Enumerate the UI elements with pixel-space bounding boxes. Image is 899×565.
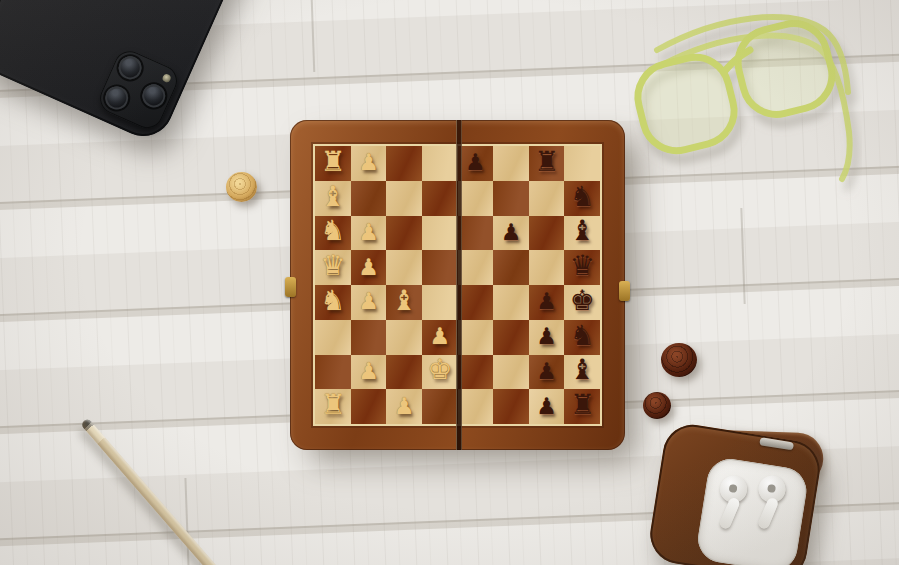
square-d2: ♟ [351, 250, 387, 285]
piece-white-pawn: ♟ [358, 256, 379, 279]
square-f5 [458, 320, 494, 355]
square-h5 [458, 389, 494, 424]
piece-white-knight: ♞ [320, 287, 345, 315]
square-e1: ♞ [315, 285, 351, 320]
camera-lens-icon [139, 81, 169, 111]
square-f8: ♞ [564, 320, 600, 355]
square-g4: ♚ [422, 355, 458, 390]
square-g5 [458, 355, 494, 390]
square-e8: ♚ [564, 285, 600, 320]
chess-board: ♜♟♟♜♝♞♞♟♟♝♛♟♛♞♟♝♟♚♟♟♞♟♚♟♝♜♟♟♜ [290, 120, 625, 450]
piece-white-pawn: ♟ [394, 395, 415, 418]
piece-white-rook: ♜ [320, 391, 345, 419]
square-f1 [315, 320, 351, 355]
square-g3 [386, 355, 422, 390]
piece-black-pawn: ♟ [536, 395, 557, 418]
piece-black-king: ♚ [570, 287, 595, 315]
piece-white-rook: ♜ [320, 148, 345, 176]
square-b8: ♞ [564, 181, 600, 216]
piece-black-knight: ♞ [570, 322, 595, 350]
square-h2 [351, 389, 387, 424]
square-c5 [458, 216, 494, 251]
square-c4 [422, 216, 458, 251]
square-b7 [529, 181, 565, 216]
square-e4 [422, 285, 458, 320]
square-h1: ♜ [315, 389, 351, 424]
square-e3: ♝ [386, 285, 422, 320]
piece-black-bishop: ♝ [570, 217, 595, 245]
square-h8: ♜ [564, 389, 600, 424]
piece-white-queen: ♛ [320, 252, 345, 280]
square-a2: ♟ [351, 146, 387, 181]
piece-black-pawn: ♟ [536, 290, 557, 313]
piece-black-pawn: ♟ [536, 360, 557, 383]
square-b4 [422, 181, 458, 216]
piece-white-pawn: ♟ [358, 290, 379, 313]
square-b6 [493, 181, 529, 216]
piece-black-bishop: ♝ [570, 356, 595, 384]
board-fold-seam [456, 120, 462, 450]
earbuds-case-body [646, 421, 824, 565]
square-c6: ♟ [493, 216, 529, 251]
square-b2 [351, 181, 387, 216]
square-b1: ♝ [315, 181, 351, 216]
square-e6 [493, 285, 529, 320]
square-c3 [386, 216, 422, 251]
square-a4 [422, 146, 458, 181]
earbuds-case-hinge [759, 437, 794, 450]
square-a1: ♜ [315, 146, 351, 181]
piece-white-knight: ♞ [320, 217, 345, 245]
square-c8: ♝ [564, 216, 600, 251]
square-g7: ♟ [529, 355, 565, 390]
camera-lens-icon [102, 83, 132, 113]
square-g1 [315, 355, 351, 390]
square-h7: ♟ [529, 389, 565, 424]
square-a3 [386, 146, 422, 181]
square-f3 [386, 320, 422, 355]
square-g8: ♝ [564, 355, 600, 390]
camera-flash-icon [161, 73, 172, 84]
piece-white-bishop: ♝ [392, 287, 417, 315]
captured-black-pawn [661, 343, 697, 377]
square-a5: ♟ [458, 146, 494, 181]
brass-clasp-right [619, 281, 630, 301]
square-a8 [564, 146, 600, 181]
square-d4 [422, 250, 458, 285]
piece-black-rook: ♜ [570, 391, 595, 419]
brass-clasp-left [285, 277, 296, 297]
earbud-stem [757, 496, 780, 530]
piece-white-pawn: ♟ [429, 325, 450, 348]
earbuds-tray [695, 456, 810, 565]
square-e5 [458, 285, 494, 320]
piece-black-knight: ♞ [570, 183, 595, 211]
square-h3: ♟ [386, 389, 422, 424]
square-h6 [493, 389, 529, 424]
square-f2 [351, 320, 387, 355]
square-h4 [422, 389, 458, 424]
square-g2: ♟ [351, 355, 387, 390]
piece-black-rook: ♜ [534, 148, 559, 176]
square-b5 [458, 181, 494, 216]
square-d6 [493, 250, 529, 285]
square-f4: ♟ [422, 320, 458, 355]
square-d7 [529, 250, 565, 285]
piece-black-queen: ♛ [570, 252, 595, 280]
square-a7: ♜ [529, 146, 565, 181]
square-d3 [386, 250, 422, 285]
piece-white-pawn: ♟ [358, 360, 379, 383]
piece-black-pawn: ♟ [501, 221, 522, 244]
square-e2: ♟ [351, 285, 387, 320]
square-e7: ♟ [529, 285, 565, 320]
square-c1: ♞ [315, 216, 351, 251]
square-d8: ♛ [564, 250, 600, 285]
square-f7: ♟ [529, 320, 565, 355]
square-d1: ♛ [315, 250, 351, 285]
camera-lens-icon [115, 53, 145, 83]
square-c7 [529, 216, 565, 251]
piece-white-pawn: ♟ [358, 221, 379, 244]
square-f6 [493, 320, 529, 355]
phone-camera-module [95, 46, 182, 133]
square-d5 [458, 250, 494, 285]
captured-white-pawn [226, 172, 257, 202]
square-a6 [493, 146, 529, 181]
piece-white-king: ♚ [427, 356, 452, 384]
eyeglasses [612, 0, 862, 215]
square-c2: ♟ [351, 216, 387, 251]
tabletop-scene: ♜♟♟♜♝♞♞♟♟♝♛♟♛♞♟♝♟♚♟♟♞♟♚♟♝♜♟♟♜ [0, 0, 899, 565]
square-g6 [493, 355, 529, 390]
earbuds-case [646, 421, 824, 565]
piece-white-bishop: ♝ [320, 183, 345, 211]
square-b3 [386, 181, 422, 216]
piece-black-pawn: ♟ [465, 151, 486, 174]
piece-black-pawn: ♟ [536, 325, 557, 348]
captured-black-pawn [643, 392, 671, 419]
piece-white-pawn: ♟ [358, 151, 379, 174]
earbud-stem [718, 496, 741, 530]
